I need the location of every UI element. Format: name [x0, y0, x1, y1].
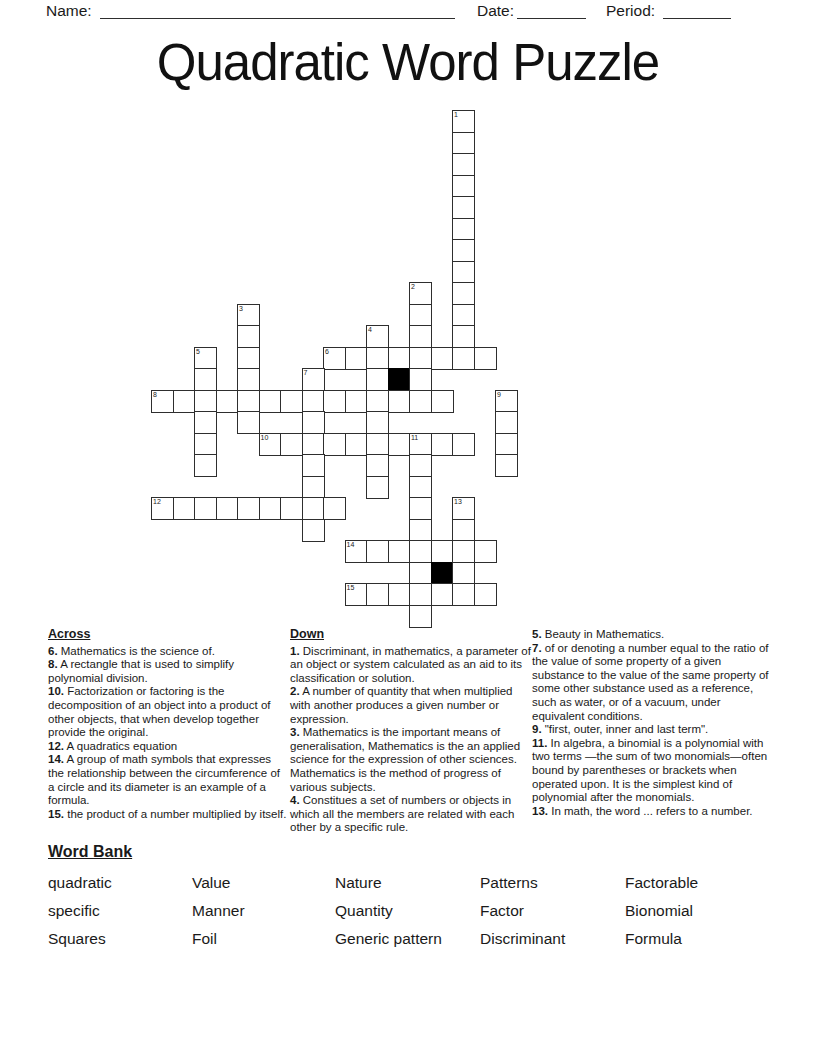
clue: 5. Beauty in Mathematics. [532, 628, 775, 642]
grid-cell[interactable] [345, 433, 368, 456]
cell-number: 12 [153, 498, 161, 506]
grid-cell[interactable] [409, 562, 432, 585]
grid-cell[interactable]: 14 [345, 540, 368, 563]
grid-cell[interactable] [259, 497, 282, 520]
grid-cell[interactable]: 8 [151, 390, 174, 413]
grid-cell[interactable] [409, 540, 432, 563]
word-bank-item: Quantity [335, 901, 480, 929]
grid-cell[interactable]: 3 [237, 304, 260, 327]
grid-cell[interactable] [452, 282, 475, 305]
clue: 15. the product of a number multiplied b… [48, 808, 289, 822]
word-bank-item: Patterns [480, 873, 625, 901]
grid-cell[interactable] [409, 519, 432, 542]
grid-cell[interactable] [452, 196, 475, 219]
worksheet-page: Name: Date: Period: Quadratic Word Puzzl… [0, 0, 816, 1056]
cell-number: 4 [368, 326, 372, 334]
grid-cell[interactable] [495, 454, 518, 477]
name-label: Name: [46, 1, 92, 20]
grid-cell[interactable] [173, 390, 196, 413]
clue: 4. Constitues a set of numbers or object… [290, 794, 531, 835]
grid-cell[interactable] [474, 540, 497, 563]
clue-number: 10. [48, 685, 64, 697]
grid-cell[interactable] [302, 433, 325, 456]
clue: 9. "first, outer, inner and last term". [532, 723, 775, 737]
down-heading: Down [290, 628, 531, 642]
clue: 14. A group of math symbols that express… [48, 753, 289, 807]
clue: 1. Discriminant, in mathematics, a param… [290, 645, 531, 686]
word-bank-item: Factorable [625, 873, 778, 901]
grid-cell[interactable] [216, 390, 239, 413]
grid-cell[interactable] [237, 390, 260, 413]
grid-cell[interactable] [495, 433, 518, 456]
grid-cell[interactable] [409, 304, 432, 327]
word-bank-item: Manner [192, 901, 335, 929]
grid-cell[interactable] [452, 261, 475, 284]
cell-number: 6 [325, 348, 329, 356]
grid-cell[interactable] [302, 497, 325, 520]
clue-number: 1. [290, 645, 300, 657]
grid-cell[interactable]: 15 [345, 583, 368, 606]
cell-number: 11 [411, 434, 418, 442]
grid-cell[interactable] [452, 304, 475, 327]
cell-number: 5 [196, 348, 200, 356]
across-clue-list: 6. Mathematics is the science of.8. A re… [48, 645, 289, 822]
date-blank-line[interactable] [517, 1, 586, 19]
grid-cell[interactable] [388, 540, 411, 563]
grid-cell[interactable] [366, 368, 389, 391]
name-blank-line[interactable] [100, 1, 455, 19]
clue: 6. Mathematics is the science of. [48, 645, 289, 659]
grid-cell[interactable] [431, 433, 454, 456]
grid-cell[interactable] [452, 239, 475, 262]
grid-cell[interactable] [302, 476, 325, 499]
period-label: Period: [606, 1, 655, 20]
grid-cell[interactable] [409, 368, 432, 391]
cell-number: 13 [454, 498, 462, 506]
grid-cell[interactable] [452, 347, 475, 370]
grid-cell[interactable]: 10 [259, 433, 282, 456]
cell-number: 2 [411, 283, 415, 291]
grid-cell[interactable] [366, 540, 389, 563]
grid-cell[interactable] [431, 583, 454, 606]
grid-cell[interactable] [409, 497, 432, 520]
grid-cell[interactable] [323, 390, 346, 413]
grid-cell[interactable] [409, 390, 432, 413]
grid-cell[interactable] [259, 390, 282, 413]
word-bank-grid: quadraticValueNaturePatternsFactorablesp… [48, 873, 778, 957]
grid-cell[interactable] [237, 347, 260, 370]
grid-cell[interactable]: 12 [151, 497, 174, 520]
grid-cell[interactable] [302, 411, 325, 434]
clue: 11. In algebra, a binomial is a polynomi… [532, 737, 775, 805]
cell-number: 14 [347, 541, 355, 549]
grid-cell[interactable] [194, 368, 217, 391]
cell-number: 3 [239, 305, 243, 313]
grid-cell[interactable]: 4 [366, 325, 389, 348]
down-clues-column-2: 5. Beauty in Mathematics.7. of or denoti… [532, 628, 775, 818]
clue: 13. In math, the word ... refers to a nu… [532, 805, 775, 819]
word-bank: Word Bank quadraticValueNaturePatternsFa… [48, 843, 778, 957]
grid-cell-black [388, 368, 411, 391]
grid-cell[interactable]: 5 [194, 347, 217, 370]
clue: 12. A quadratics equation [48, 740, 289, 754]
grid-cell[interactable] [194, 497, 217, 520]
clue: 3. Mathematics is the important means of… [290, 726, 531, 794]
grid-cell[interactable] [366, 433, 389, 456]
across-heading: Across [48, 628, 289, 642]
word-bank-item: Formula [625, 929, 778, 957]
grid-cell[interactable] [366, 454, 389, 477]
grid-cell-black [431, 562, 454, 585]
grid-cell[interactable] [431, 347, 454, 370]
clue: 10. Factorization or factoring is the de… [48, 685, 289, 739]
grid-cell[interactable] [388, 583, 411, 606]
grid-cell[interactable]: 1 [452, 110, 475, 133]
grid-cell[interactable] [366, 476, 389, 499]
clue-number: 11. [532, 737, 547, 749]
cell-number: 15 [347, 584, 355, 592]
grid-cell[interactable] [388, 433, 411, 456]
grid-cell[interactable] [409, 454, 432, 477]
grid-cell[interactable] [216, 497, 239, 520]
down-clue-list-2: 5. Beauty in Mathematics.7. of or denoti… [532, 628, 775, 818]
grid-cell[interactable] [474, 583, 497, 606]
word-bank-item: Value [192, 873, 335, 901]
grid-cell[interactable] [431, 540, 454, 563]
grid-cell[interactable]: 9 [495, 390, 518, 413]
grid-cell[interactable] [302, 454, 325, 477]
word-bank-item: quadratic [48, 873, 192, 901]
grid-cell[interactable] [409, 605, 432, 628]
cell-number: 9 [497, 391, 501, 399]
grid-cell[interactable] [452, 175, 475, 198]
grid-cell[interactable]: 6 [323, 347, 346, 370]
grid-cell[interactable]: 2 [409, 282, 432, 305]
grid-cell[interactable] [366, 583, 389, 606]
clue-number: 7. [532, 642, 542, 654]
clue-number: 5. [532, 628, 542, 640]
grid-cell[interactable] [366, 347, 389, 370]
grid-cell[interactable] [452, 153, 475, 176]
grid-cell[interactable] [345, 390, 368, 413]
grid-cell[interactable] [409, 325, 432, 348]
down-clues-column-1: Down 1. Discriminant, in mathematics, a … [290, 628, 531, 835]
clue-number: 2. [290, 685, 300, 697]
grid-cell[interactable] [323, 497, 346, 520]
clue: 8. A rectangle that is used to simplify … [48, 658, 289, 685]
crossword-grid: 123456789101112131415 [151, 110, 518, 628]
grid-cell[interactable] [237, 325, 260, 348]
cell-number: 1 [454, 111, 458, 119]
grid-cell[interactable] [388, 390, 411, 413]
grid-cell[interactable] [452, 132, 475, 155]
grid-cell[interactable]: 13 [452, 497, 475, 520]
grid-cell[interactable] [302, 519, 325, 542]
clue: 2. A number of quantity that when multip… [290, 685, 531, 726]
grid-cell[interactable] [280, 433, 303, 456]
grid-cell[interactable] [452, 583, 475, 606]
grid-cell[interactable] [302, 390, 325, 413]
grid-cell[interactable] [495, 411, 518, 434]
period-blank-line[interactable] [663, 1, 731, 19]
clue-number: 8. [48, 658, 58, 670]
clue-number: 6. [48, 645, 58, 657]
grid-cell[interactable] [237, 497, 260, 520]
word-bank-item: Foil [192, 929, 335, 957]
grid-cell[interactable] [237, 368, 260, 391]
word-bank-item: Discriminant [480, 929, 625, 957]
grid-cell[interactable] [173, 497, 196, 520]
grid-cell[interactable] [452, 218, 475, 241]
grid-cell[interactable] [474, 347, 497, 370]
grid-cell[interactable] [409, 476, 432, 499]
grid-cell[interactable] [237, 411, 260, 434]
word-bank-item: Factor [480, 901, 625, 929]
grid-cell[interactable] [194, 411, 217, 434]
grid-cell[interactable] [409, 583, 432, 606]
clue-number: 15. [48, 808, 64, 820]
date-label: Date: [477, 1, 514, 20]
cell-number: 8 [153, 391, 157, 399]
clue-number: 4. [290, 794, 300, 806]
grid-cell[interactable] [409, 347, 432, 370]
word-bank-item: Bionomial [625, 901, 778, 929]
clue: 7. of or denoting a number equal to the … [532, 642, 775, 724]
grid-cell[interactable] [323, 433, 346, 456]
page-title: Quadratic Word Puzzle [0, 33, 816, 93]
grid-cell[interactable] [194, 454, 217, 477]
grid-cell[interactable] [388, 347, 411, 370]
grid-cell[interactable] [280, 497, 303, 520]
grid-cell[interactable] [431, 390, 454, 413]
clue-number: 14. [48, 753, 64, 765]
word-bank-item: Generic pattern [335, 929, 480, 957]
grid-cell[interactable]: 7 [302, 368, 325, 391]
grid-cell[interactable] [194, 390, 217, 413]
grid-cell[interactable]: 11 [409, 433, 432, 456]
word-bank-item: Squares [48, 929, 192, 957]
word-bank-item: Nature [335, 873, 480, 901]
cell-number: 7 [304, 369, 308, 377]
clue-number: 13. [532, 805, 548, 817]
word-bank-heading: Word Bank [48, 843, 778, 861]
grid-cell[interactable] [452, 519, 475, 542]
grid-cell[interactable] [366, 390, 389, 413]
grid-cell[interactable] [194, 433, 217, 456]
grid-cell[interactable] [280, 390, 303, 413]
grid-cell[interactable] [366, 411, 389, 434]
grid-cell[interactable] [345, 347, 368, 370]
across-clues-column: Across 6. Mathematics is the science of.… [48, 628, 289, 821]
down-clue-list-1: 1. Discriminant, in mathematics, a param… [290, 645, 531, 835]
cell-number: 10 [261, 434, 269, 442]
grid-cell[interactable] [452, 540, 475, 563]
grid-cell[interactable] [452, 433, 475, 456]
clue-number: 3. [290, 726, 300, 738]
clue-number: 9. [532, 723, 542, 735]
word-bank-item: specific [48, 901, 192, 929]
clue-number: 12. [48, 740, 64, 752]
grid-cell[interactable] [452, 562, 475, 585]
grid-cell[interactable] [452, 325, 475, 348]
